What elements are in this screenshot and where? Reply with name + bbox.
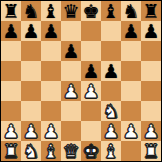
square-a2[interactable]: ♟ [1, 121, 21, 141]
square-e8[interactable]: ♚ [81, 1, 101, 21]
square-g2[interactable]: ♟ [121, 121, 141, 141]
square-e5[interactable]: ♟ [81, 61, 101, 81]
black-king: ♚ [81, 1, 101, 21]
white-pawn: ♟ [21, 121, 41, 141]
white-pawn: ♟ [41, 121, 61, 141]
square-e2[interactable] [81, 121, 101, 141]
black-pawn: ♟ [141, 21, 161, 41]
square-b3[interactable] [21, 101, 41, 121]
square-d2[interactable] [61, 121, 81, 141]
black-knight: ♞ [121, 1, 141, 21]
square-h6[interactable] [141, 41, 161, 61]
square-e6[interactable] [81, 41, 101, 61]
square-e4[interactable]: ♟ [81, 81, 101, 101]
white-queen: ♛ [61, 141, 81, 161]
black-bishop: ♝ [101, 1, 121, 21]
square-d3[interactable] [61, 101, 81, 121]
square-b2[interactable]: ♟ [21, 121, 41, 141]
square-c7[interactable]: ♟ [41, 21, 61, 41]
square-g8[interactable]: ♞ [121, 1, 141, 21]
square-h2[interactable]: ♟ [141, 121, 161, 141]
square-d8[interactable]: ♛ [61, 1, 81, 21]
black-pawn: ♟ [81, 61, 101, 81]
white-pawn: ♟ [121, 121, 141, 141]
square-h1[interactable]: ♜ [141, 141, 161, 161]
square-d5[interactable] [61, 61, 81, 81]
square-f7[interactable] [101, 21, 121, 41]
square-f3[interactable]: ♞ [101, 101, 121, 121]
white-pawn: ♟ [1, 121, 21, 141]
square-h7[interactable]: ♟ [141, 21, 161, 41]
chess-board-grid: ♜♞♝♛♚♝♞♜♟♟♟♟♟♟♟♟♟♟♞♟♟♟♟♟♟♜♞♝♛♚♝♜ [1, 1, 161, 161]
square-a8[interactable]: ♜ [1, 1, 21, 21]
square-c6[interactable] [41, 41, 61, 61]
square-c5[interactable] [41, 61, 61, 81]
square-h4[interactable] [141, 81, 161, 101]
square-a6[interactable] [1, 41, 21, 61]
square-g1[interactable] [121, 141, 141, 161]
square-g4[interactable] [121, 81, 141, 101]
square-h8[interactable]: ♜ [141, 1, 161, 21]
white-pawn: ♟ [81, 81, 101, 101]
white-bishop: ♝ [41, 141, 61, 161]
square-b8[interactable]: ♞ [21, 1, 41, 21]
white-king: ♚ [81, 141, 101, 161]
white-knight: ♞ [21, 141, 41, 161]
square-e3[interactable] [81, 101, 101, 121]
square-b1[interactable]: ♞ [21, 141, 41, 161]
black-rook: ♜ [141, 1, 161, 21]
chess-board: ♜♞♝♛♚♝♞♜♟♟♟♟♟♟♟♟♟♟♞♟♟♟♟♟♟♜♞♝♛♚♝♜ [0, 0, 162, 162]
square-f8[interactable]: ♝ [101, 1, 121, 21]
square-f4[interactable] [101, 81, 121, 101]
black-rook: ♜ [1, 1, 21, 21]
white-knight: ♞ [101, 101, 121, 121]
square-a1[interactable]: ♜ [1, 141, 21, 161]
square-a5[interactable] [1, 61, 21, 81]
black-pawn: ♟ [1, 21, 21, 41]
square-g6[interactable] [121, 41, 141, 61]
black-bishop: ♝ [41, 1, 61, 21]
square-g7[interactable]: ♟ [121, 21, 141, 41]
square-c4[interactable] [41, 81, 61, 101]
square-c1[interactable]: ♝ [41, 141, 61, 161]
square-f5[interactable]: ♟ [101, 61, 121, 81]
black-pawn: ♟ [121, 21, 141, 41]
white-pawn: ♟ [101, 121, 121, 141]
black-pawn: ♟ [101, 61, 121, 81]
square-f6[interactable] [101, 41, 121, 61]
white-rook: ♜ [1, 141, 21, 161]
square-c3[interactable] [41, 101, 61, 121]
square-g5[interactable] [121, 61, 141, 81]
white-pawn: ♟ [141, 121, 161, 141]
square-b6[interactable] [21, 41, 41, 61]
square-e7[interactable] [81, 21, 101, 41]
square-b7[interactable]: ♟ [21, 21, 41, 41]
square-a7[interactable]: ♟ [1, 21, 21, 41]
white-rook: ♜ [141, 141, 161, 161]
square-e1[interactable]: ♚ [81, 141, 101, 161]
black-pawn: ♟ [61, 41, 81, 61]
square-b4[interactable] [21, 81, 41, 101]
square-d7[interactable] [61, 21, 81, 41]
white-pawn: ♟ [61, 81, 81, 101]
black-queen: ♛ [61, 1, 81, 21]
square-b5[interactable] [21, 61, 41, 81]
square-a3[interactable] [1, 101, 21, 121]
square-f2[interactable]: ♟ [101, 121, 121, 141]
black-pawn: ♟ [41, 21, 61, 41]
square-c2[interactable]: ♟ [41, 121, 61, 141]
square-d1[interactable]: ♛ [61, 141, 81, 161]
white-bishop: ♝ [101, 141, 121, 161]
square-c8[interactable]: ♝ [41, 1, 61, 21]
square-a4[interactable] [1, 81, 21, 101]
square-g3[interactable] [121, 101, 141, 121]
black-knight: ♞ [21, 1, 41, 21]
square-h5[interactable] [141, 61, 161, 81]
square-d4[interactable]: ♟ [61, 81, 81, 101]
square-f1[interactable]: ♝ [101, 141, 121, 161]
square-h3[interactable] [141, 101, 161, 121]
black-pawn: ♟ [21, 21, 41, 41]
square-d6[interactable]: ♟ [61, 41, 81, 61]
